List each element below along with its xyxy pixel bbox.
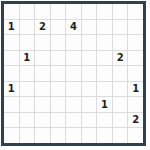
cell[interactable] — [35, 128, 50, 143]
cell[interactable] — [66, 113, 81, 128]
cell[interactable] — [4, 51, 19, 66]
cell[interactable] — [20, 82, 35, 97]
puzzle-board: 124121112 — [1, 1, 146, 146]
cell[interactable] — [51, 20, 66, 35]
cell[interactable] — [97, 66, 112, 81]
clue-cell[interactable]: 1 — [97, 97, 112, 112]
cell[interactable] — [66, 4, 81, 19]
cell[interactable] — [35, 35, 50, 50]
cell[interactable] — [128, 97, 143, 112]
cell[interactable] — [113, 20, 128, 35]
cell[interactable] — [97, 51, 112, 66]
cell[interactable] — [20, 20, 35, 35]
cell[interactable] — [4, 35, 19, 50]
cell[interactable] — [66, 82, 81, 97]
cell[interactable] — [82, 4, 97, 19]
cell[interactable] — [128, 4, 143, 19]
cell[interactable] — [20, 66, 35, 81]
cell[interactable] — [66, 66, 81, 81]
cell[interactable] — [20, 35, 35, 50]
cell[interactable] — [51, 51, 66, 66]
cell[interactable] — [97, 82, 112, 97]
cell[interactable] — [35, 66, 50, 81]
cell[interactable] — [97, 4, 112, 19]
cell[interactable] — [82, 82, 97, 97]
cell[interactable] — [82, 113, 97, 128]
cell[interactable] — [51, 4, 66, 19]
clue-cell[interactable]: 1 — [4, 20, 19, 35]
cell[interactable] — [51, 113, 66, 128]
cell[interactable] — [4, 97, 19, 112]
cell[interactable] — [66, 128, 81, 143]
cell[interactable] — [82, 35, 97, 50]
cell[interactable] — [113, 128, 128, 143]
cell[interactable] — [97, 128, 112, 143]
cell[interactable] — [128, 128, 143, 143]
cell[interactable] — [97, 35, 112, 50]
cell[interactable] — [128, 66, 143, 81]
cell[interactable] — [97, 113, 112, 128]
clue-cell[interactable]: 2 — [35, 20, 50, 35]
cell[interactable] — [128, 20, 143, 35]
cell[interactable] — [20, 128, 35, 143]
cell[interactable] — [113, 35, 128, 50]
cell[interactable] — [35, 82, 50, 97]
cell[interactable] — [113, 4, 128, 19]
cell[interactable] — [51, 97, 66, 112]
cell[interactable] — [113, 113, 128, 128]
cell[interactable] — [35, 51, 50, 66]
cell[interactable] — [51, 35, 66, 50]
cell[interactable] — [82, 66, 97, 81]
cell[interactable] — [128, 35, 143, 50]
cell[interactable] — [97, 20, 112, 35]
cell[interactable] — [51, 82, 66, 97]
clue-cell[interactable]: 2 — [128, 113, 143, 128]
cell[interactable] — [20, 97, 35, 112]
cell[interactable] — [20, 113, 35, 128]
cell[interactable] — [35, 97, 50, 112]
cell[interactable] — [4, 113, 19, 128]
clue-cell[interactable]: 1 — [4, 82, 19, 97]
cell[interactable] — [51, 128, 66, 143]
cell[interactable] — [82, 51, 97, 66]
clue-cell[interactable]: 1 — [20, 51, 35, 66]
clue-cell[interactable]: 2 — [113, 51, 128, 66]
cell[interactable] — [113, 97, 128, 112]
cell[interactable] — [4, 66, 19, 81]
cell[interactable] — [113, 66, 128, 81]
cell[interactable] — [20, 4, 35, 19]
cell[interactable] — [128, 51, 143, 66]
cell[interactable] — [4, 4, 19, 19]
cell[interactable] — [82, 20, 97, 35]
cell[interactable] — [35, 113, 50, 128]
cell[interactable] — [82, 97, 97, 112]
cell[interactable] — [66, 51, 81, 66]
cell[interactable] — [113, 82, 128, 97]
cell[interactable] — [82, 128, 97, 143]
cell[interactable] — [51, 66, 66, 81]
clue-cell[interactable]: 1 — [128, 82, 143, 97]
cell[interactable] — [66, 97, 81, 112]
cell[interactable] — [35, 4, 50, 19]
clue-cell[interactable]: 4 — [66, 20, 81, 35]
cell[interactable] — [66, 35, 81, 50]
cell[interactable] — [4, 128, 19, 143]
